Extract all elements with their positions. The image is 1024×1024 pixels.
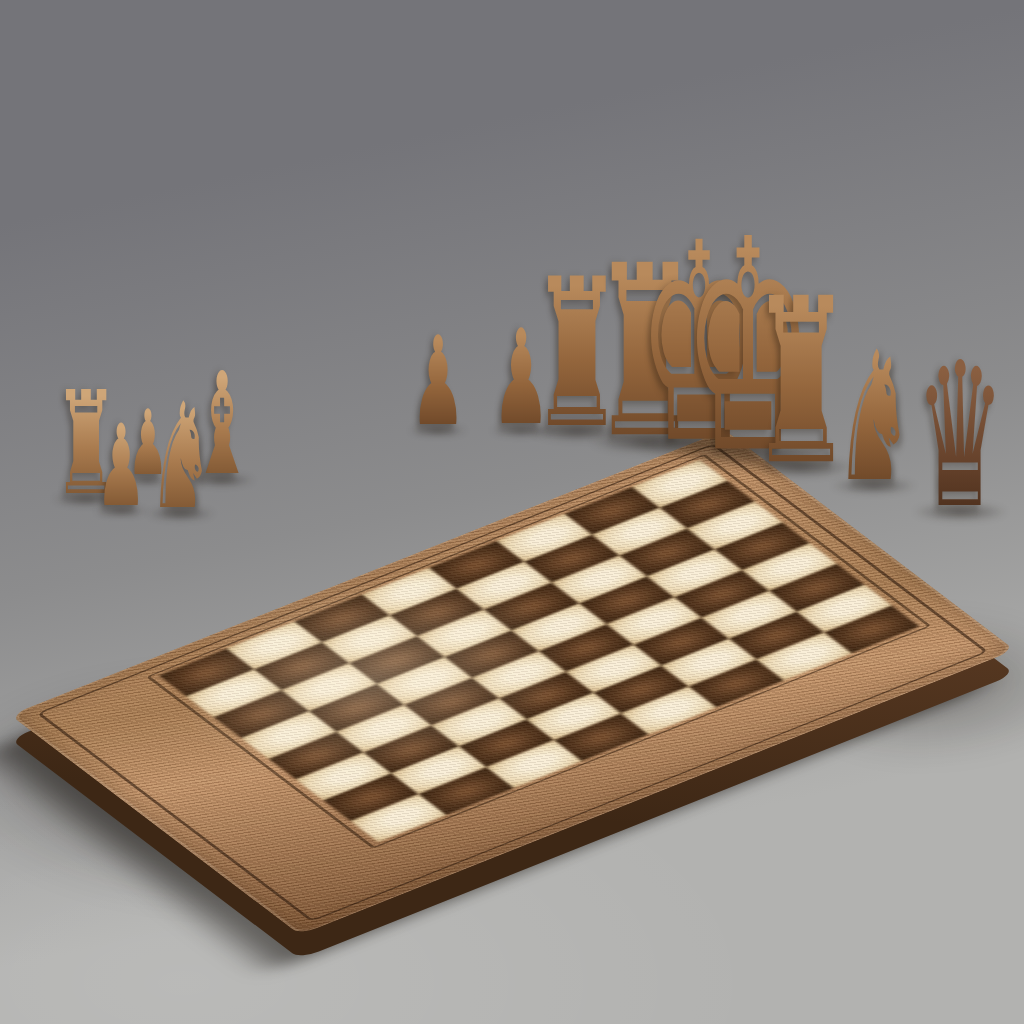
pawn-glyph: ♟: [96, 421, 147, 511]
chess-piece-rook: ♜: [485, 272, 669, 436]
piece-contact-shadow: [51, 492, 120, 507]
chess-piece-king: ♚: [617, 231, 879, 465]
pawn-glyph: ♟: [128, 407, 168, 479]
knight-glyph: ♞: [834, 346, 914, 489]
rook-glyph: ♜: [592, 259, 698, 448]
knight-glyph: ♞: [148, 398, 213, 515]
queen-glyph: ♛: [915, 356, 1005, 516]
chess-piece-pawn: ♟: [383, 333, 493, 431]
piece-contact-shadow: [528, 421, 627, 442]
chess-piece-pawn: ♟: [108, 407, 189, 479]
piece-contact-shadow: [145, 506, 216, 521]
chess-piece-bishop: ♝: [159, 368, 285, 481]
chess-piece-queen: ♛: [870, 356, 1024, 516]
piece-contact-shadow: [911, 502, 1008, 522]
rook-glyph: ♜: [54, 387, 118, 501]
pawn-glyph: ♟: [492, 326, 551, 431]
pawn-glyph: ♟: [410, 333, 465, 431]
piece-contact-shadow: [408, 425, 468, 437]
piece-contact-shadow: [127, 476, 170, 485]
chess-piece-rook: ♜: [22, 387, 150, 501]
piece-contact-shadow: [830, 477, 917, 495]
scene: ♜♟♟♞♝♟♟♜♜♚♚♜♞♛: [0, 0, 1024, 1024]
chess-piece-rook: ♜: [539, 259, 751, 448]
piece-contact-shadow: [94, 506, 149, 517]
rook-glyph: ♜: [750, 291, 852, 473]
bishop-glyph: ♝: [190, 368, 253, 481]
chess-piece-pawn: ♟: [70, 421, 171, 511]
king-glyph: ♚: [683, 231, 814, 465]
rook-glyph: ♜: [531, 272, 623, 436]
chess-piece-knight: ♞: [794, 346, 954, 489]
chess-piece-pawn: ♟: [462, 326, 579, 431]
chess-piece-knight: ♞: [116, 398, 247, 515]
chess-piece-king: ♚: [576, 235, 822, 454]
king-glyph: ♚: [638, 235, 761, 454]
piece-contact-shadow: [489, 424, 552, 437]
checker-grid: [159, 460, 919, 842]
piece-contact-shadow: [188, 473, 256, 487]
